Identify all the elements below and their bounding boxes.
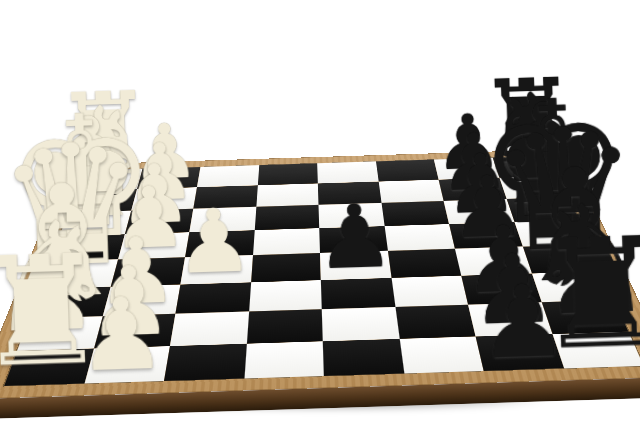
piece-black-pawn-d5[interactable]: ♟ [314,192,395,282]
piece-white-pawn-d3[interactable]: ♟ [173,196,254,286]
square-g4[interactable] [256,183,319,207]
piece-white-pawn-a2[interactable]: ♟ [76,283,169,386]
square-b4[interactable] [246,309,322,343]
chess-board: ♜♟♟♜♞♟♟♞♝♟♟♝♚♟♟♚♛♟♟♛♝♟♟♝♞♟♟♞♜♟♟♜ [4,156,640,386]
square-d6[interactable] [387,249,461,278]
square-a4[interactable] [244,341,324,378]
wooden-board-frame: ♜♟♟♜♞♟♟♞♝♟♟♝♚♟♟♚♛♟♟♛♝♟♟♝♞♟♟♞♜♟♟♜ [0,149,640,399]
square-b6[interactable] [395,305,476,339]
square-e6[interactable] [384,224,455,251]
square-h5[interactable] [317,161,378,183]
square-e4[interactable] [253,228,320,255]
square-a8[interactable]: ♜ [552,332,640,369]
square-f4[interactable] [254,205,319,230]
square-b5[interactable] [322,307,399,341]
square-a3[interactable] [164,344,246,381]
square-d5[interactable]: ♟ [320,251,391,280]
square-c3[interactable] [175,282,250,314]
chess-scene: ♜♟♟♜♞♟♟♞♝♟♟♝♚♟♟♚♛♟♟♛♝♟♟♝♞♟♟♞♜♟♟♜ [0,0,640,427]
square-h4[interactable] [257,163,317,185]
square-h3[interactable] [197,165,259,187]
square-b3[interactable] [170,312,249,346]
board-3d-plane: ♜♟♟♜♞♟♟♞♝♟♟♝♚♟♟♚♛♟♟♛♝♟♟♝♞♟♟♞♜♟♟♜ [0,149,640,399]
square-h6[interactable] [376,160,439,182]
square-a2[interactable]: ♟ [84,346,170,384]
square-c4[interactable] [249,280,322,312]
square-d4[interactable] [251,253,321,282]
square-c6[interactable] [391,276,468,307]
square-a5[interactable] [323,339,404,376]
square-a6[interactable] [399,336,484,373]
piece-black-rook-a8[interactable]: ♜ [533,218,640,372]
square-c5[interactable] [321,278,395,309]
square-d3[interactable]: ♟ [180,255,252,284]
